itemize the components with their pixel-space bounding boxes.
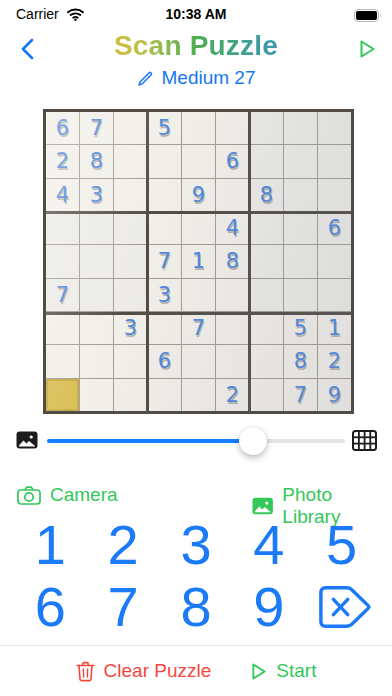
sudoku-cell-r5c5[interactable]: 1 (182, 245, 215, 277)
source-buttons-row: Camera Photo Library (0, 484, 392, 510)
numpad-key-1[interactable]: 1 (14, 512, 87, 577)
numpad-key-9[interactable]: 9 (232, 574, 305, 639)
battery-icon (354, 8, 382, 26)
sudoku-cell-r6c4[interactable]: 3 (148, 279, 181, 311)
sudoku-cell-r2c4[interactable] (148, 145, 181, 177)
camera-icon (17, 486, 41, 505)
sudoku-cell-r4c5[interactable] (182, 212, 215, 244)
sudoku-cell-r3c6[interactable] (216, 179, 249, 211)
sudoku-cell-r2c9[interactable] (318, 145, 351, 177)
sudoku-cell-r8c5[interactable] (182, 345, 215, 377)
sudoku-cell-r3c4[interactable] (148, 179, 181, 211)
sudoku-cell-r5c2[interactable] (80, 245, 113, 277)
sudoku-cell-r4c7[interactable] (250, 212, 283, 244)
sudoku-grid: 675286439846718733751682279 (46, 112, 351, 411)
sudoku-cell-r8c2[interactable] (80, 345, 113, 377)
start-play-icon (251, 662, 267, 681)
start-label: Start (276, 660, 316, 682)
pencil-icon (137, 70, 154, 87)
sudoku-cell-r6c8[interactable] (284, 279, 317, 311)
sudoku-cell-r5c8[interactable] (284, 245, 317, 277)
sudoku-cell-r8c8[interactable]: 8 (284, 345, 317, 377)
camera-label: Camera (50, 484, 118, 506)
sudoku-cell-r8c7[interactable] (250, 345, 283, 377)
page-title: Scan Puzzle (0, 30, 392, 62)
sudoku-cell-r2c1[interactable]: 2 (46, 145, 79, 177)
sudoku-cell-r7c8[interactable]: 5 (284, 312, 317, 344)
sudoku-cell-r9c1[interactable] (46, 379, 79, 411)
slider-fill (47, 439, 253, 443)
sudoku-cell-r5c9[interactable] (318, 245, 351, 277)
start-button[interactable]: Start (251, 660, 316, 682)
clock: 10:38 AM (0, 6, 392, 22)
sudoku-cell-r1c7[interactable] (250, 112, 283, 144)
sudoku-cell-r3c8[interactable] (284, 179, 317, 211)
sudoku-cell-r6c1[interactable]: 7 (46, 279, 79, 311)
sudoku-cell-r2c3[interactable] (114, 145, 147, 177)
sudoku-cell-r3c5[interactable]: 9 (182, 179, 215, 211)
sudoku-cell-r5c4[interactable]: 7 (148, 245, 181, 277)
sudoku-cell-r9c5[interactable] (182, 379, 215, 411)
sudoku-cell-r7c2[interactable] (80, 312, 113, 344)
app-screen: Carrier 10:38 AM Scan Puzzle (0, 0, 392, 696)
sudoku-cell-r7c3[interactable]: 3 (114, 312, 147, 344)
sudoku-cell-r3c3[interactable] (114, 179, 147, 211)
sudoku-cell-r6c7[interactable] (250, 279, 283, 311)
sudoku-cell-r1c9[interactable] (318, 112, 351, 144)
sudoku-cell-r9c9[interactable]: 9 (318, 379, 351, 411)
sudoku-cell-r5c6[interactable]: 8 (216, 245, 249, 277)
grid-icon (352, 430, 377, 455)
sudoku-cell-r3c7[interactable]: 8 (250, 179, 283, 211)
sudoku-cell-r1c3[interactable] (114, 112, 147, 144)
sudoku-cell-r9c8[interactable]: 7 (284, 379, 317, 411)
sudoku-cell-r8c9[interactable]: 2 (318, 345, 351, 377)
sudoku-cell-r4c9[interactable]: 6 (318, 212, 351, 244)
sudoku-cell-r5c1[interactable] (46, 245, 79, 277)
bottom-bar: Clear Puzzle Start (0, 646, 392, 696)
sudoku-cell-r6c5[interactable] (182, 279, 215, 311)
sudoku-cell-r3c2[interactable]: 3 (80, 179, 113, 211)
sudoku-cell-r8c6[interactable] (216, 345, 249, 377)
sudoku-cell-r1c6[interactable] (216, 112, 249, 144)
sudoku-cell-r1c5[interactable] (182, 112, 215, 144)
sudoku-cell-r4c6[interactable]: 4 (216, 212, 249, 244)
numpad-key-8[interactable]: 8 (160, 574, 233, 639)
sudoku-cell-r7c7[interactable] (250, 312, 283, 344)
sudoku-cell-r3c1[interactable]: 4 (46, 179, 79, 211)
numpad-key-3[interactable]: 3 (160, 512, 233, 577)
difficulty-button[interactable]: Medium 27 (0, 66, 392, 90)
photo-icon (16, 431, 38, 453)
opacity-slider[interactable] (47, 439, 345, 443)
sudoku-cell-r9c4[interactable] (148, 379, 181, 411)
sudoku-cell-r7c9[interactable]: 1 (318, 312, 351, 344)
sudoku-cell-r3c9[interactable] (318, 179, 351, 211)
sudoku-cell-r1c1[interactable]: 6 (46, 112, 79, 144)
numpad-key-7[interactable]: 7 (87, 574, 160, 639)
sudoku-cell-r1c8[interactable] (284, 112, 317, 144)
nav-bar: Scan Puzzle (0, 30, 392, 66)
delete-right-icon (313, 583, 371, 631)
sudoku-cell-r9c3[interactable] (114, 379, 147, 411)
sudoku-cell-r6c9[interactable] (318, 279, 351, 311)
sudoku-cell-r2c8[interactable] (284, 145, 317, 177)
delete-button[interactable] (305, 574, 378, 639)
camera-button[interactable]: Camera (17, 484, 118, 506)
sudoku-cell-r7c4[interactable] (148, 312, 181, 344)
sudoku-board: 675286439846718733751682279 (43, 109, 354, 414)
sudoku-cell-r1c2[interactable]: 7 (80, 112, 113, 144)
numpad-key-4[interactable]: 4 (232, 512, 305, 577)
sudoku-cell-r2c7[interactable] (250, 145, 283, 177)
sudoku-cell-r1c4[interactable]: 5 (148, 112, 181, 144)
sudoku-cell-r2c5[interactable] (182, 145, 215, 177)
sudoku-cell-r8c4[interactable]: 6 (148, 345, 181, 377)
sudoku-cell-r6c3[interactable] (114, 279, 147, 311)
numpad-key-5[interactable]: 5 (305, 512, 378, 577)
difficulty-label: Medium 27 (162, 67, 256, 89)
numpad-key-2[interactable]: 2 (87, 512, 160, 577)
sudoku-cell-r4c3[interactable] (114, 212, 147, 244)
sudoku-cell-r9c7[interactable] (250, 379, 283, 411)
play-button[interactable] (352, 36, 382, 62)
sudoku-cell-r6c2[interactable] (80, 279, 113, 311)
sudoku-cell-r7c5[interactable]: 7 (182, 312, 215, 344)
sudoku-cell-r9c6[interactable]: 2 (216, 379, 249, 411)
sudoku-cell-r4c4[interactable] (148, 212, 181, 244)
numpad-key-6[interactable]: 6 (14, 574, 87, 639)
status-bar: Carrier 10:38 AM (0, 0, 392, 28)
sudoku-cell-r4c2[interactable] (80, 212, 113, 244)
clear-puzzle-label: Clear Puzzle (104, 660, 212, 682)
clear-puzzle-button[interactable]: Clear Puzzle (76, 660, 212, 682)
sudoku-cell-r9c2[interactable] (80, 379, 113, 411)
slider-thumb[interactable] (239, 427, 267, 455)
sudoku-cell-r2c6[interactable]: 6 (216, 145, 249, 177)
overlay-slider-row (0, 426, 392, 458)
sudoku-cell-r5c7[interactable] (250, 245, 283, 277)
sudoku-cell-r4c8[interactable] (284, 212, 317, 244)
sudoku-cell-r8c1[interactable] (46, 345, 79, 377)
sudoku-cell-r7c1[interactable] (46, 312, 79, 344)
numpad-row-2: 6789 (14, 574, 378, 636)
sudoku-cell-r6c6[interactable] (216, 279, 249, 311)
trash-icon (76, 661, 95, 682)
sudoku-cell-r4c1[interactable] (46, 212, 79, 244)
sudoku-cell-r5c3[interactable] (114, 245, 147, 277)
sudoku-cell-r2c2[interactable]: 8 (80, 145, 113, 177)
numpad-row-1: 12345 (14, 512, 378, 572)
sudoku-cell-r8c3[interactable] (114, 345, 147, 377)
sudoku-cell-r7c6[interactable] (216, 312, 249, 344)
